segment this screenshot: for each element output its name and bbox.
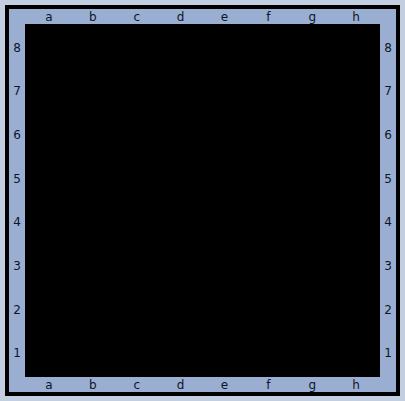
file-label-c: c [115, 377, 159, 392]
file-label-d: d [159, 9, 203, 24]
file-label-b: b [71, 9, 115, 24]
file-labels-top: abcdefgh [25, 9, 380, 24]
file-label-h: h [334, 9, 378, 24]
rank-label-4: 4 [380, 201, 396, 245]
chess-diagram: abcdefgh 87654321 87654321 abcdefgh [0, 0, 405, 401]
rank-label-7: 7 [9, 70, 25, 114]
file-label-f: f [246, 377, 290, 392]
rank-label-3: 3 [9, 244, 25, 288]
file-label-b: b [71, 377, 115, 392]
rank-label-1: 1 [380, 331, 396, 375]
rank-label-2: 2 [9, 288, 25, 332]
file-label-h: h [334, 377, 378, 392]
file-labels-bottom: abcdefgh [25, 377, 380, 392]
file-label-g: g [290, 9, 334, 24]
rank-label-4: 4 [9, 201, 25, 245]
file-label-f: f [246, 9, 290, 24]
file-label-a: a [27, 377, 71, 392]
rank-label-6: 6 [9, 113, 25, 157]
board-frame: abcdefgh 87654321 87654321 abcdefgh [5, 5, 400, 396]
file-label-d: d [159, 377, 203, 392]
rank-label-5: 5 [380, 157, 396, 201]
rank-label-6: 6 [380, 113, 396, 157]
rank-label-2: 2 [380, 288, 396, 332]
rank-labels-right: 87654321 [380, 24, 396, 377]
file-label-e: e [203, 9, 247, 24]
file-label-e: e [203, 377, 247, 392]
rank-label-3: 3 [380, 244, 396, 288]
file-label-a: a [27, 9, 71, 24]
rank-labels-left: 87654321 [9, 24, 25, 377]
file-label-c: c [115, 9, 159, 24]
file-label-g: g [290, 377, 334, 392]
rank-label-7: 7 [380, 70, 396, 114]
rank-label-8: 8 [9, 26, 25, 70]
chess-board [25, 24, 380, 377]
rank-label-8: 8 [380, 26, 396, 70]
rank-label-1: 1 [9, 331, 25, 375]
rank-label-5: 5 [9, 157, 25, 201]
